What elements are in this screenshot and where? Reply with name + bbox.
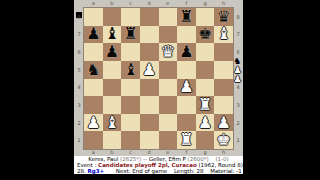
square-f4[interactable]: ♟: [177, 79, 196, 97]
white-rook-piece: ♜: [198, 97, 212, 113]
file-label-f: f: [177, 149, 196, 156]
white-pawn-piece: ♟: [198, 115, 212, 131]
rank-label-7: 7: [233, 26, 243, 44]
file-label-b: b: [103, 0, 122, 8]
white-queen-piece: ♛: [161, 44, 175, 60]
square-e4[interactable]: [159, 79, 178, 97]
board: ♜♛♟♝♜♚♝♟♛♟♞♝♟♟♜♟♝♟♟♜♚: [84, 8, 233, 149]
square-b4[interactable]: [103, 79, 122, 97]
square-h6[interactable]: [214, 43, 233, 61]
file-label-h: h: [214, 0, 233, 8]
file-label-c: c: [121, 149, 140, 156]
square-g4[interactable]: [196, 79, 215, 97]
black-bishop-piece: ♝: [105, 26, 119, 42]
rank-label-1: 1: [74, 131, 84, 149]
square-g2[interactable]: ♟: [196, 114, 215, 132]
black-king-piece: ♚: [198, 26, 212, 42]
black-knight-piece: ♞: [86, 62, 100, 78]
square-a4[interactable]: [84, 79, 103, 97]
files-top: abcdefgh: [84, 0, 233, 8]
file-label-a: a: [84, 0, 103, 8]
rank-label-2: 2: [233, 114, 243, 132]
square-g8[interactable]: [196, 8, 215, 26]
square-e7[interactable]: [159, 26, 178, 44]
rank-label-7: 7: [74, 26, 84, 44]
square-c7[interactable]: ♜: [121, 26, 140, 44]
square-f3[interactable]: [177, 96, 196, 114]
file-label-h: h: [214, 149, 233, 156]
white-pawn-piece: ♟: [179, 79, 193, 95]
square-c6[interactable]: [121, 43, 140, 61]
square-c4[interactable]: [121, 79, 140, 97]
square-e5[interactable]: [159, 61, 178, 79]
square-b6[interactable]: ♟: [103, 43, 122, 61]
square-b8[interactable]: [103, 8, 122, 26]
square-e2[interactable]: [159, 114, 178, 132]
square-f5[interactable]: [177, 61, 196, 79]
square-d5[interactable]: ♟: [140, 61, 159, 79]
rank-label-6: 6: [74, 43, 84, 61]
square-f8[interactable]: ♜: [177, 8, 196, 26]
file-label-b: b: [103, 149, 122, 156]
square-c2[interactable]: [121, 114, 140, 132]
square-h7[interactable]: ♝: [214, 26, 233, 44]
square-h1[interactable]: ♚: [214, 131, 233, 149]
material-tray: ♞♟♟: [232, 57, 243, 84]
file-label-d: d: [140, 149, 159, 156]
square-e8[interactable]: [159, 8, 178, 26]
white-bishop-piece: ♝: [105, 115, 119, 131]
square-g3[interactable]: ♜: [196, 96, 215, 114]
caption-panel: Keres, Paul (2625*) -- Geller, Efim P (2…: [74, 156, 243, 174]
square-b7[interactable]: ♝: [103, 26, 122, 44]
square-b5[interactable]: [103, 61, 122, 79]
rank-label-3: 3: [74, 96, 84, 114]
file-label-a: a: [84, 149, 103, 156]
square-a8[interactable]: [84, 8, 103, 26]
square-f6[interactable]: ♟: [177, 43, 196, 61]
square-a6[interactable]: [84, 43, 103, 61]
square-b3[interactable]: [103, 96, 122, 114]
file-label-d: d: [140, 0, 159, 8]
square-h8[interactable]: ♛: [214, 8, 233, 26]
square-c8[interactable]: [121, 8, 140, 26]
square-f2[interactable]: [177, 114, 196, 132]
square-c3[interactable]: [121, 96, 140, 114]
file-label-e: e: [159, 0, 178, 8]
square-c5[interactable]: ♝: [121, 61, 140, 79]
black-pawn-piece: ♟: [86, 26, 100, 42]
white-bishop-piece: ♝: [217, 26, 231, 42]
file-label-e: e: [159, 149, 178, 156]
square-a1[interactable]: [84, 131, 103, 149]
white-pawn-piece: ♟: [86, 115, 100, 131]
white-rook-piece: ♜: [179, 132, 193, 148]
chess-app-panel: abcdefgh 87654321 ♜♛♟♝♜♚♝♟♛♟♞♝♟♟♜♟♝♟♟♜♚ …: [74, 0, 243, 180]
square-h2[interactable]: ♟: [214, 114, 233, 132]
square-d6[interactable]: [140, 43, 159, 61]
bottom-black-strip: [74, 174, 243, 180]
rank-label-4: 4: [74, 79, 84, 97]
white-pawn-piece: ♟: [217, 115, 231, 131]
rank-label-8: 8: [74, 8, 84, 26]
video-frame: abcdefgh 87654321 ♜♛♟♝♜♚♝♟♛♟♞♝♟♟♜♟♝♟♟♜♚ …: [0, 0, 320, 180]
square-d4[interactable]: [140, 79, 159, 97]
square-e3[interactable]: [159, 96, 178, 114]
square-g1[interactable]: [196, 131, 215, 149]
rank-label-8: 8: [233, 8, 243, 26]
rank-label-1: 1: [233, 131, 243, 149]
file-label-c: c: [121, 0, 140, 8]
black-pawn-piece: ♟: [179, 44, 193, 60]
square-d2[interactable]: [140, 114, 159, 132]
square-a5[interactable]: ♞: [84, 61, 103, 79]
square-b1[interactable]: [103, 131, 122, 149]
square-d7[interactable]: [140, 26, 159, 44]
square-h5[interactable]: [214, 61, 233, 79]
square-d1[interactable]: [140, 131, 159, 149]
black-rook-piece: ♜: [179, 9, 193, 25]
rank-label-2: 2: [74, 114, 84, 132]
square-e1[interactable]: [159, 131, 178, 149]
square-h3[interactable]: [214, 96, 233, 114]
square-a3[interactable]: [84, 96, 103, 114]
rank-label-5: 5: [74, 61, 84, 79]
black-pawn-piece: ♟: [105, 44, 119, 60]
file-label-g: g: [196, 149, 215, 156]
square-g5[interactable]: [196, 61, 215, 79]
square-d3[interactable]: [140, 96, 159, 114]
square-e6[interactable]: ♛: [159, 43, 178, 61]
square-d8[interactable]: [140, 8, 159, 26]
square-f1[interactable]: ♜: [177, 131, 196, 149]
white-king-piece: ♚: [217, 132, 231, 148]
files-bottom: abcdefgh: [84, 149, 233, 156]
square-c1[interactable]: [121, 131, 140, 149]
square-f7[interactable]: [177, 26, 196, 44]
square-g6[interactable]: [196, 43, 215, 61]
tray-white-pawn: ♟: [233, 75, 241, 84]
black-rook-piece: ♜: [123, 26, 137, 42]
square-a2[interactable]: ♟: [84, 114, 103, 132]
black-bishop-piece: ♝: [123, 62, 137, 78]
white-pawn-piece: ♟: [142, 62, 156, 78]
square-h4[interactable]: [214, 79, 233, 97]
file-label-f: f: [177, 0, 196, 8]
square-g7[interactable]: ♚: [196, 26, 215, 44]
file-label-g: g: [196, 0, 215, 8]
black-queen-piece: ♛: [217, 9, 231, 25]
square-a7[interactable]: ♟: [84, 26, 103, 44]
square-b2[interactable]: ♝: [103, 114, 122, 132]
ranks-left: 87654321: [74, 8, 84, 149]
rank-label-3: 3: [233, 96, 243, 114]
